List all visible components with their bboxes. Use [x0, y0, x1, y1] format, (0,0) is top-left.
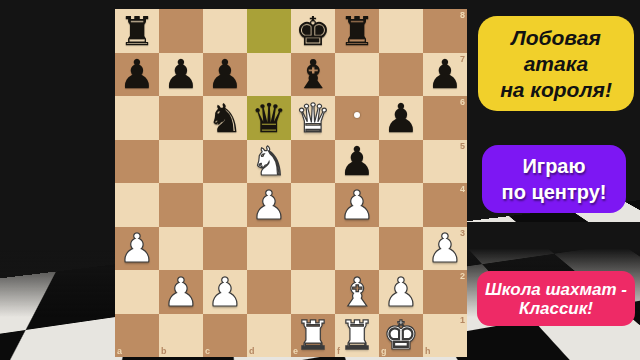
piece-black-pawn[interactable]: ♟: [207, 54, 243, 94]
move-hint-dot: [354, 112, 360, 118]
coord-rank-3: 3: [460, 228, 465, 238]
piece-black-pawn[interactable]: ♟: [163, 54, 199, 94]
coord-rank-5: 5: [460, 141, 465, 151]
square-a3[interactable]: ♟: [115, 227, 159, 271]
square-f1[interactable]: ♜: [335, 314, 379, 358]
banner-chess-school: Школа шахмат - Классик!: [477, 271, 635, 326]
banner-attack-king: Лобовая атака на короля!: [478, 16, 634, 111]
piece-black-king[interactable]: ♚: [295, 11, 331, 51]
piece-black-pawn[interactable]: ♟: [339, 141, 375, 181]
square-e6[interactable]: ♛: [291, 96, 335, 140]
banner-attack-line-1: Лобовая: [511, 25, 601, 51]
piece-white-pawn[interactable]: ♟: [251, 185, 287, 225]
banner-school-line-1: Школа шахмат -: [485, 280, 627, 299]
square-c7[interactable]: ♟: [203, 53, 247, 97]
video-frame: ♜♚♜♟♟♟♝♟♞♛♛♟♞♟♟♟♟♟♟♟♝♟♜♜♚abcdefgh8765432…: [0, 0, 640, 360]
square-e8[interactable]: ♚: [291, 9, 335, 53]
piece-black-rook[interactable]: ♜: [119, 11, 155, 51]
square-g4[interactable]: [379, 183, 423, 227]
piece-black-knight[interactable]: ♞: [207, 98, 243, 138]
square-f3[interactable]: [335, 227, 379, 271]
piece-white-pawn[interactable]: ♟: [339, 185, 375, 225]
piece-white-rook[interactable]: ♜: [295, 315, 331, 355]
square-a7[interactable]: ♟: [115, 53, 159, 97]
square-d5[interactable]: ♞: [247, 140, 291, 184]
coord-rank-4: 4: [460, 184, 465, 194]
square-c8[interactable]: [203, 9, 247, 53]
coord-rank-1: 1: [460, 315, 465, 325]
square-a4[interactable]: [115, 183, 159, 227]
square-d4[interactable]: ♟: [247, 183, 291, 227]
piece-white-king[interactable]: ♚: [383, 315, 419, 355]
chess-board[interactable]: ♜♚♜♟♟♟♝♟♞♛♛♟♞♟♟♟♟♟♟♟♝♟♜♜♚abcdefgh8765432…: [115, 9, 467, 357]
coord-file-h: h: [425, 346, 431, 356]
piece-white-rook[interactable]: ♜: [339, 315, 375, 355]
square-b6[interactable]: [159, 96, 203, 140]
piece-black-pawn[interactable]: ♟: [119, 54, 155, 94]
piece-black-pawn[interactable]: ♟: [383, 98, 419, 138]
square-g3[interactable]: [379, 227, 423, 271]
coord-rank-8: 8: [460, 10, 465, 20]
piece-white-queen[interactable]: ♛: [295, 98, 331, 138]
banner-attack-line-2: атака: [524, 51, 589, 77]
piece-white-pawn[interactable]: ♟: [207, 272, 243, 312]
square-b5[interactable]: [159, 140, 203, 184]
square-e7[interactable]: ♝: [291, 53, 335, 97]
square-f5[interactable]: ♟: [335, 140, 379, 184]
square-c3[interactable]: [203, 227, 247, 271]
coord-rank-7: 7: [460, 54, 465, 64]
square-e2[interactable]: [291, 270, 335, 314]
square-c2[interactable]: ♟: [203, 270, 247, 314]
piece-white-pawn[interactable]: ♟: [383, 272, 419, 312]
square-g7[interactable]: [379, 53, 423, 97]
square-f8[interactable]: ♜: [335, 9, 379, 53]
square-d3[interactable]: [247, 227, 291, 271]
piece-white-pawn[interactable]: ♟: [163, 272, 199, 312]
square-b2[interactable]: ♟: [159, 270, 203, 314]
square-a5[interactable]: [115, 140, 159, 184]
coord-file-e: e: [293, 346, 298, 356]
square-g6[interactable]: ♟: [379, 96, 423, 140]
square-f2[interactable]: ♝: [335, 270, 379, 314]
square-c4[interactable]: [203, 183, 247, 227]
square-g5[interactable]: [379, 140, 423, 184]
square-d8[interactable]: [247, 9, 291, 53]
square-f4[interactable]: ♟: [335, 183, 379, 227]
square-b3[interactable]: [159, 227, 203, 271]
banner-center-line-1: Играю: [522, 153, 585, 179]
square-f6[interactable]: [335, 96, 379, 140]
coord-rank-2: 2: [460, 271, 465, 281]
square-c6[interactable]: ♞: [203, 96, 247, 140]
piece-white-bishop[interactable]: ♝: [339, 272, 375, 312]
square-e3[interactable]: [291, 227, 335, 271]
banner-center-line-2: по центру!: [502, 179, 607, 205]
piece-black-pawn[interactable]: ♟: [427, 54, 463, 94]
square-g8[interactable]: [379, 9, 423, 53]
piece-white-pawn[interactable]: ♟: [427, 228, 463, 268]
square-a8[interactable]: ♜: [115, 9, 159, 53]
square-f7[interactable]: [335, 53, 379, 97]
coord-file-a: a: [117, 346, 122, 356]
coord-file-b: b: [161, 346, 167, 356]
banner-play-center: Играю по центру!: [482, 145, 626, 213]
piece-black-rook[interactable]: ♜: [339, 11, 375, 51]
coord-file-c: c: [205, 346, 210, 356]
square-a2[interactable]: [115, 270, 159, 314]
square-d2[interactable]: [247, 270, 291, 314]
piece-black-queen[interactable]: ♛: [251, 98, 287, 138]
square-e4[interactable]: [291, 183, 335, 227]
coord-file-d: d: [249, 346, 255, 356]
square-d7[interactable]: [247, 53, 291, 97]
piece-black-bishop[interactable]: ♝: [295, 54, 331, 94]
square-e5[interactable]: [291, 140, 335, 184]
coord-file-g: g: [381, 346, 387, 356]
piece-white-pawn[interactable]: ♟: [119, 228, 155, 268]
square-d6[interactable]: ♛: [247, 96, 291, 140]
banner-attack-line-3: на короля!: [500, 77, 612, 103]
coord-file-f: f: [337, 346, 340, 356]
square-b4[interactable]: [159, 183, 203, 227]
square-a6[interactable]: [115, 96, 159, 140]
square-g2[interactable]: ♟: [379, 270, 423, 314]
square-b7[interactable]: ♟: [159, 53, 203, 97]
square-b8[interactable]: [159, 9, 203, 53]
coord-rank-6: 6: [460, 97, 465, 107]
banner-school-line-2: Классик!: [519, 299, 593, 318]
piece-white-knight[interactable]: ♞: [251, 141, 287, 181]
square-c5[interactable]: [203, 140, 247, 184]
